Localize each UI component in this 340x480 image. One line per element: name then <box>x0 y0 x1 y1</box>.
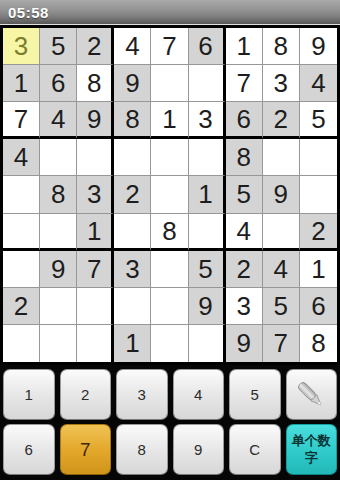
key-2[interactable]: 2 <box>60 369 112 420</box>
cell-r9c8[interactable]: 7 <box>263 325 300 362</box>
cell-r1c8[interactable]: 8 <box>263 28 300 65</box>
cell-r2c4[interactable]: 9 <box>114 65 151 102</box>
cell-r9c7[interactable]: 9 <box>226 325 263 362</box>
cell-r8c8[interactable]: 5 <box>263 288 300 325</box>
cell-r7c6[interactable]: 5 <box>189 251 226 288</box>
cell-r9c1[interactable] <box>3 325 40 362</box>
cell-r5c1[interactable] <box>3 176 40 213</box>
cell-r8c4[interactable] <box>114 288 151 325</box>
cell-r8c1[interactable]: 2 <box>3 288 40 325</box>
cell-r4c7[interactable]: 8 <box>226 139 263 176</box>
cell-r4c9[interactable] <box>300 139 337 176</box>
cell-r9c2[interactable] <box>40 325 77 362</box>
cell-r4c2[interactable] <box>40 139 77 176</box>
cell-r6c1[interactable] <box>3 214 40 251</box>
cell-r6c6[interactable] <box>189 214 226 251</box>
cell-r1c9[interactable]: 9 <box>300 28 337 65</box>
cell-r7c7[interactable]: 2 <box>226 251 263 288</box>
cell-r9c9[interactable]: 8 <box>300 325 337 362</box>
cell-r8c9[interactable]: 6 <box>300 288 337 325</box>
key-3[interactable]: 3 <box>116 369 168 420</box>
cell-r3c2[interactable]: 4 <box>40 102 77 139</box>
pencil-icon <box>293 377 329 413</box>
cell-r6c4[interactable] <box>114 214 151 251</box>
key-9[interactable]: 9 <box>173 424 225 475</box>
cell-r6c9[interactable]: 2 <box>300 214 337 251</box>
cell-r2c1[interactable]: 1 <box>3 65 40 102</box>
cell-r5c9[interactable] <box>300 176 337 213</box>
cell-r6c8[interactable] <box>263 214 300 251</box>
key-4[interactable]: 4 <box>173 369 225 420</box>
cell-r1c3[interactable]: 2 <box>77 28 114 65</box>
key-7[interactable]: 7 <box>60 424 112 475</box>
cell-r5c8[interactable]: 9 <box>263 176 300 213</box>
cell-r8c7[interactable]: 3 <box>226 288 263 325</box>
cell-r6c5[interactable]: 8 <box>151 214 188 251</box>
cell-r2c7[interactable]: 7 <box>226 65 263 102</box>
cell-r7c5[interactable] <box>151 251 188 288</box>
cell-r6c2[interactable] <box>40 214 77 251</box>
single-number-mode-button[interactable]: 单个数字 <box>286 424 338 475</box>
pencil-button[interactable] <box>286 369 338 420</box>
cell-r3c5[interactable]: 1 <box>151 102 188 139</box>
cell-r3c8[interactable]: 2 <box>263 102 300 139</box>
clock-text: 05:58 <box>8 4 49 21</box>
cell-r4c6[interactable] <box>189 139 226 176</box>
key-8[interactable]: 8 <box>116 424 168 475</box>
cell-r1c2[interactable]: 5 <box>40 28 77 65</box>
cell-r3c3[interactable]: 9 <box>77 102 114 139</box>
cell-r4c4[interactable] <box>114 139 151 176</box>
keypad-row-2: 6 7 8 9 C 单个数字 <box>3 424 337 475</box>
key-1[interactable]: 1 <box>3 369 55 420</box>
cell-r5c2[interactable]: 8 <box>40 176 77 213</box>
cell-r5c7[interactable]: 5 <box>226 176 263 213</box>
cell-r7c2[interactable]: 9 <box>40 251 77 288</box>
sudoku-board: 3524761891689734749813625488321591842973… <box>0 25 340 365</box>
number-keypad: 1 2 3 4 5 <box>0 365 340 475</box>
cell-r1c4[interactable]: 4 <box>114 28 151 65</box>
cell-r8c2[interactable] <box>40 288 77 325</box>
cell-r8c5[interactable] <box>151 288 188 325</box>
cell-r8c3[interactable] <box>77 288 114 325</box>
cell-r4c1[interactable]: 4 <box>3 139 40 176</box>
cell-r1c1[interactable]: 3 <box>3 28 40 65</box>
cell-r9c3[interactable] <box>77 325 114 362</box>
cell-r5c4[interactable]: 2 <box>114 176 151 213</box>
cell-r2c9[interactable]: 4 <box>300 65 337 102</box>
cell-r2c5[interactable] <box>151 65 188 102</box>
cell-r1c7[interactable]: 1 <box>226 28 263 65</box>
cell-r2c6[interactable] <box>189 65 226 102</box>
cell-r5c5[interactable] <box>151 176 188 213</box>
cell-r9c5[interactable] <box>151 325 188 362</box>
key-6[interactable]: 6 <box>3 424 55 475</box>
cell-r4c5[interactable] <box>151 139 188 176</box>
cell-r9c6[interactable] <box>189 325 226 362</box>
key-5[interactable]: 5 <box>229 369 281 420</box>
cell-r1c6[interactable]: 6 <box>189 28 226 65</box>
cell-r7c9[interactable]: 1 <box>300 251 337 288</box>
cell-r6c3[interactable]: 1 <box>77 214 114 251</box>
cell-r7c1[interactable] <box>3 251 40 288</box>
cell-r2c2[interactable]: 6 <box>40 65 77 102</box>
cell-r3c1[interactable]: 7 <box>3 102 40 139</box>
status-bar: 05:58 <box>0 0 340 25</box>
cell-r4c3[interactable] <box>77 139 114 176</box>
key-clear[interactable]: C <box>229 424 281 475</box>
cell-r3c4[interactable]: 8 <box>114 102 151 139</box>
cell-r3c7[interactable]: 6 <box>226 102 263 139</box>
cell-r2c8[interactable]: 3 <box>263 65 300 102</box>
cell-r5c6[interactable]: 1 <box>189 176 226 213</box>
cell-r5c3[interactable]: 3 <box>77 176 114 213</box>
cell-r3c9[interactable]: 5 <box>300 102 337 139</box>
sudoku-app-screen: 05:58 3524761891689734749813625488321591… <box>0 0 340 480</box>
cell-r2c3[interactable]: 8 <box>77 65 114 102</box>
cell-r9c4[interactable]: 1 <box>114 325 151 362</box>
cell-r3c6[interactable]: 3 <box>189 102 226 139</box>
cell-r7c8[interactable]: 4 <box>263 251 300 288</box>
keypad-row-1: 1 2 3 4 5 <box>3 369 337 420</box>
cell-r6c7[interactable]: 4 <box>226 214 263 251</box>
cell-r8c6[interactable]: 9 <box>189 288 226 325</box>
cell-r4c8[interactable] <box>263 139 300 176</box>
cell-r1c5[interactable]: 7 <box>151 28 188 65</box>
cell-r7c3[interactable]: 7 <box>77 251 114 288</box>
cell-r7c4[interactable]: 3 <box>114 251 151 288</box>
